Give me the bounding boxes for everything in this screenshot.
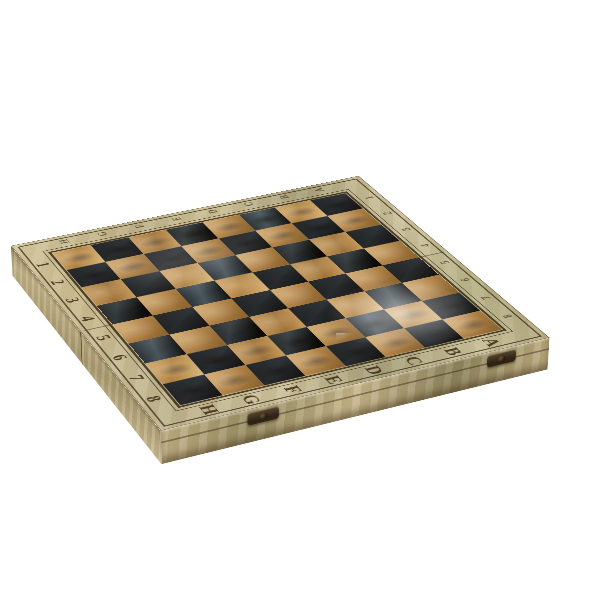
rank-label: 3 — [384, 221, 429, 237]
file-label: D — [197, 202, 231, 221]
rank-label: 1 — [19, 255, 67, 274]
file-label: B — [268, 188, 302, 207]
file-label: F — [124, 216, 158, 236]
latch — [487, 349, 516, 368]
chess-board: HGFEDCBA HGFEDCBA 12345678 12345678 ♜♞♝♚… — [11, 176, 550, 431]
file-label: G — [86, 224, 119, 244]
piece-glyph: ♜ — [155, 312, 230, 396]
fold-seam — [80, 331, 82, 364]
rank-label: 2 — [33, 272, 82, 292]
rank-label: 1 — [348, 190, 392, 205]
file-label: A — [303, 181, 337, 200]
file-label: C — [232, 195, 266, 214]
rank-label: 2 — [366, 206, 410, 221]
latch — [247, 406, 279, 426]
file-label: E — [160, 209, 194, 229]
product-photo-chess-set: HGFEDCBA HGFEDCBA 12345678 12345678 ♜♞♝♚… — [0, 0, 600, 600]
perspective-container: HGFEDCBA HGFEDCBA 12345678 12345678 ♜♞♝♚… — [0, 0, 600, 600]
